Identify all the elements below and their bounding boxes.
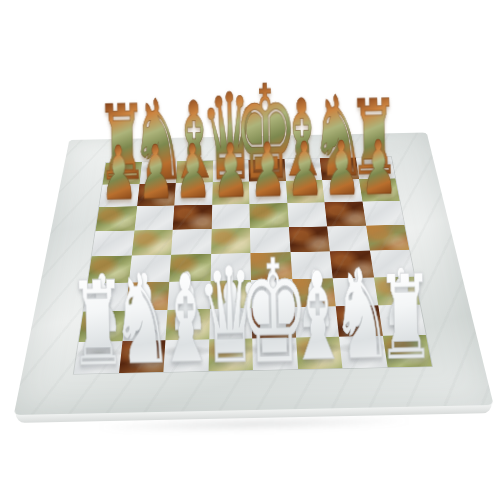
pawn-icon: ♟ — [174, 135, 212, 210]
pawn-icon: ♟ — [323, 132, 361, 207]
pawn-icon: ♟ — [285, 133, 323, 208]
pawn-icon: ♟ — [211, 134, 249, 209]
photo-canvas: ♜♞♝♛♚♝♞♜♟♟♟♟♟♟♟♟♟♟♟♟♟♟♟♟♜♞♝♛♚♝♞♜ — [0, 0, 500, 500]
chess-scene: ♜♞♝♛♚♝♞♜♟♟♟♟♟♟♟♟♟♟♟♟♟♟♟♟♜♞♝♛♚♝♞♜ — [0, 0, 500, 500]
rook-icon: ♜ — [376, 259, 435, 376]
pawn-icon: ♟ — [137, 136, 175, 211]
pawn-icon: ♟ — [360, 131, 398, 206]
pawn-icon: ♟ — [248, 133, 286, 208]
pawn-icon: ♟ — [100, 136, 138, 211]
